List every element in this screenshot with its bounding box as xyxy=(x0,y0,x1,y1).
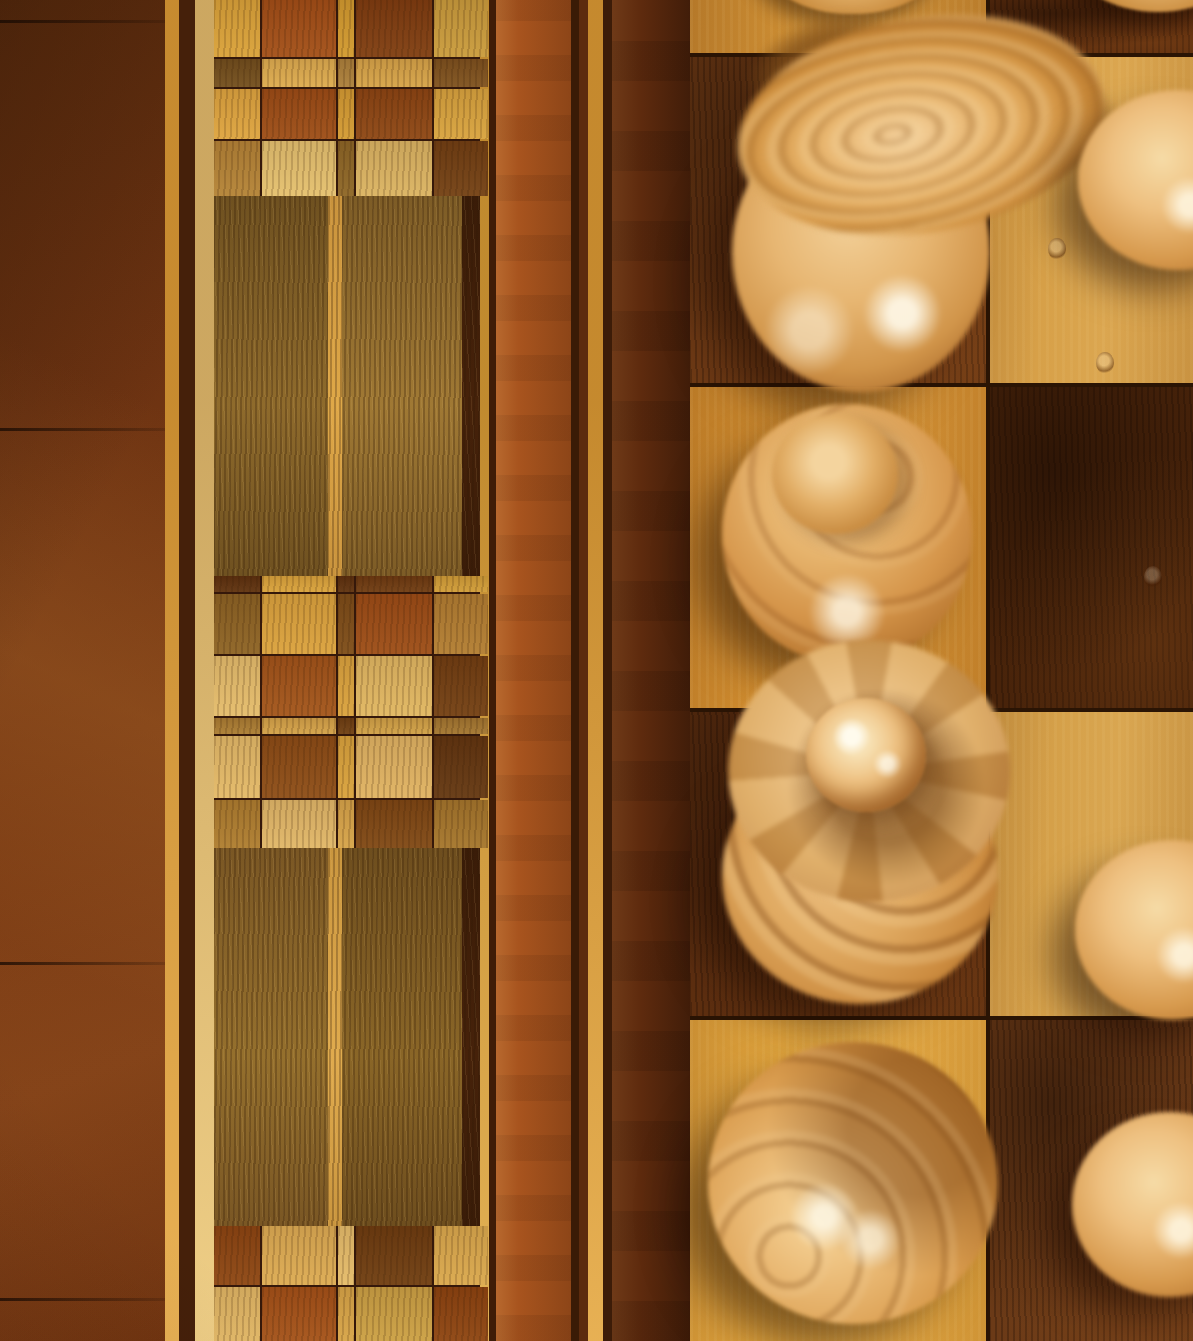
marquetry-cell xyxy=(214,1226,260,1285)
gold-stringing-inner xyxy=(588,0,603,1341)
marquetry-cell xyxy=(338,0,354,57)
marquetry-cell xyxy=(434,656,488,716)
marquetry-cell xyxy=(262,59,336,87)
marquetry-cell xyxy=(356,656,432,716)
marquetry-cell xyxy=(214,1287,260,1341)
marquetry-cell xyxy=(338,89,354,138)
wood-crack xyxy=(0,1298,168,1301)
marquetry-cell xyxy=(214,718,260,734)
marquetry-cell xyxy=(434,89,488,138)
marquetry-cell xyxy=(356,800,432,848)
copper-banding xyxy=(496,0,571,1341)
marquetry-cell xyxy=(434,1226,488,1285)
marquetry-cell xyxy=(262,89,336,138)
dark-stringing xyxy=(179,0,195,1341)
marquetry-cell xyxy=(338,718,354,734)
marquetry-cell xyxy=(356,141,432,196)
marquetry-cell xyxy=(338,576,354,592)
marquetry-panel xyxy=(328,196,342,576)
marquetry-cell xyxy=(262,800,336,848)
marquetry-cell xyxy=(356,1226,432,1285)
marquetry-panel xyxy=(462,848,480,1226)
marquetry-cell xyxy=(434,800,488,848)
marquetry-cell xyxy=(356,576,432,592)
marquetry-cell xyxy=(262,656,336,716)
gold-stringing-outer xyxy=(165,0,179,1341)
chess-table-photo xyxy=(0,0,1193,1341)
wood-crack xyxy=(0,428,168,431)
marquetry-cell xyxy=(214,141,260,196)
wood-crack xyxy=(0,20,168,23)
marquetry-cell xyxy=(356,736,432,798)
marquetry-cell xyxy=(214,800,260,848)
marquetry-panel xyxy=(328,848,342,1226)
marquetry-panel-section xyxy=(214,848,480,1226)
marquetry-cell xyxy=(262,1226,336,1285)
marquetry-cell xyxy=(338,141,354,196)
marquetry-cell xyxy=(214,59,260,87)
marquetry-grid-section xyxy=(214,0,480,196)
marquetry-cell xyxy=(338,800,354,848)
marquetry-cell xyxy=(434,594,488,654)
marquetry-panel xyxy=(214,848,328,1226)
marquetry-cell xyxy=(434,0,488,57)
marquetry-cell xyxy=(214,0,260,57)
marquetry-cell xyxy=(338,59,354,87)
marquetry-cell xyxy=(214,594,260,654)
marquetry-cell xyxy=(434,1287,488,1341)
marquetry-cell xyxy=(338,1226,354,1285)
marquetry-cell xyxy=(356,89,432,138)
queen-dome xyxy=(708,1042,998,1324)
marquetry-cell xyxy=(338,656,354,716)
marquetry-cell xyxy=(434,718,488,734)
marquetry-cell xyxy=(214,576,260,592)
marquetry-cell xyxy=(262,1287,336,1341)
marquetry-cell xyxy=(262,594,336,654)
brown-line xyxy=(579,0,588,1341)
marquetry-cell xyxy=(356,594,432,654)
marquetry-cell xyxy=(356,0,432,57)
marquetry-cell xyxy=(262,576,336,592)
marquetry-cell xyxy=(338,594,354,654)
marquetry-panel xyxy=(214,196,328,576)
marquetry-cell xyxy=(338,736,354,798)
marquetry-cell xyxy=(262,718,336,734)
dark-line-3 xyxy=(603,0,612,1341)
cream-stringing xyxy=(195,0,214,1341)
marquetry-cell xyxy=(434,59,488,87)
board-frame-walnut xyxy=(612,0,690,1341)
marquetry-grid-section xyxy=(214,576,480,848)
marquetry-panel-section xyxy=(214,196,480,576)
water-droplet xyxy=(1048,238,1066,260)
marquetry-grid-section xyxy=(214,1226,480,1341)
marquetry-cell xyxy=(434,576,488,592)
marquetry-cell xyxy=(262,736,336,798)
marquetry-cell xyxy=(434,141,488,196)
marquetry-cell xyxy=(338,1287,354,1341)
king-orb xyxy=(806,698,926,812)
marquetry-cell xyxy=(356,718,432,734)
marquetry-cell xyxy=(214,656,260,716)
marquetry-cell xyxy=(356,59,432,87)
marquetry-cell xyxy=(214,89,260,138)
marquetry-cell xyxy=(262,141,336,196)
marquetry-cell xyxy=(262,0,336,57)
square-f2[interactable] xyxy=(990,387,1193,708)
marquetry-cell xyxy=(356,1287,432,1341)
water-droplet xyxy=(1144,566,1162,588)
bishop-knob xyxy=(772,414,898,534)
marquetry-panel xyxy=(462,196,480,576)
marquetry-cell xyxy=(214,736,260,798)
marquetry-cell xyxy=(434,736,488,798)
dark-line-2 xyxy=(571,0,579,1341)
dark-line-1 xyxy=(489,0,496,1341)
water-droplet xyxy=(1096,352,1114,374)
marquetry-band xyxy=(214,0,480,1341)
marquetry-panel xyxy=(342,848,462,1226)
marquetry-panel xyxy=(342,196,462,576)
wood-crack xyxy=(0,962,168,965)
